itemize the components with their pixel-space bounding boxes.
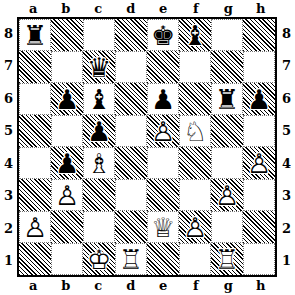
piece-white-queen[interactable]: ♛♕	[148, 212, 178, 242]
piece-white-king[interactable]: ♚♔	[83, 243, 115, 275]
square-e5[interactable]: ♟♙	[147, 115, 179, 147]
piece-glyph: ♙	[247, 150, 271, 177]
rank-label-5: 5	[278, 115, 295, 148]
piece-glyph: ♟	[247, 86, 271, 113]
file-label-d: d	[115, 0, 148, 17]
piece-black-rook[interactable]: ♜♜	[212, 84, 242, 114]
piece-glyph: ♖	[119, 246, 143, 273]
square-c1[interactable]: ♚♔	[83, 243, 115, 275]
file-label-b: b	[50, 0, 83, 17]
rank-label-8: 8	[278, 17, 295, 50]
square-a1[interactable]	[19, 243, 51, 275]
square-e3[interactable]	[147, 179, 179, 211]
square-d5[interactable]	[115, 115, 147, 147]
square-f6[interactable]	[179, 83, 211, 115]
square-c2[interactable]	[83, 211, 115, 243]
square-d2[interactable]	[115, 211, 147, 243]
file-label-g: g	[212, 0, 245, 17]
piece-black-pawn[interactable]: ♟♟	[243, 83, 275, 115]
piece-glyph: ♝	[183, 22, 207, 49]
square-f7[interactable]	[179, 51, 211, 83]
piece-black-bishop[interactable]: ♝♝	[84, 84, 114, 114]
rank-label-4: 4	[0, 147, 17, 180]
square-h6[interactable]: ♟♟	[243, 83, 275, 115]
chess-diagram: abcdefgh 87654321 ♜♜♚♚♝♝♛♛♟♟♝♝♟♟♜♜♟♟♟♟♟♙…	[0, 0, 295, 295]
piece-glyph: ♗	[87, 150, 111, 177]
square-c7[interactable]: ♛♛	[83, 51, 115, 83]
square-b4[interactable]: ♟♟	[51, 147, 83, 179]
square-d1[interactable]: ♜♖	[115, 243, 147, 275]
square-h4[interactable]: ♟♙	[243, 147, 275, 179]
file-label-h: h	[245, 0, 278, 17]
file-label-c: c	[82, 0, 115, 17]
square-f1[interactable]	[179, 243, 211, 275]
square-a5[interactable]	[19, 115, 51, 147]
square-d3[interactable]	[115, 179, 147, 211]
file-label-d: d	[115, 277, 148, 294]
file-label-e: e	[147, 277, 180, 294]
piece-glyph: ♙	[151, 118, 175, 145]
piece-glyph: ♙	[23, 214, 47, 241]
piece-glyph: ♖	[215, 246, 239, 273]
piece-white-pawn[interactable]: ♟♙	[243, 147, 275, 179]
square-e7[interactable]	[147, 51, 179, 83]
piece-glyph: ♝	[87, 86, 111, 113]
piece-glyph: ♜	[23, 22, 47, 49]
piece-white-rook[interactable]: ♜♖	[211, 243, 243, 275]
file-label-g: g	[212, 277, 245, 294]
rank-label-4: 4	[278, 147, 295, 180]
square-d6[interactable]	[115, 83, 147, 115]
square-f5[interactable]: ♞♘	[179, 115, 211, 147]
square-h3[interactable]	[243, 179, 275, 211]
square-a7[interactable]	[19, 51, 51, 83]
piece-glyph: ♙	[215, 182, 239, 209]
square-c6[interactable]: ♝♝	[83, 83, 115, 115]
square-g3[interactable]: ♟♙	[211, 179, 243, 211]
piece-glyph: ♛	[87, 54, 111, 81]
piece-black-pawn[interactable]: ♟♟	[83, 115, 115, 147]
square-e4[interactable]	[147, 147, 179, 179]
piece-black-rook[interactable]: ♜♜	[20, 20, 50, 50]
square-e8[interactable]: ♚♚	[147, 19, 179, 51]
piece-white-bishop[interactable]: ♝♗	[84, 148, 114, 178]
square-g5[interactable]	[211, 115, 243, 147]
rank-label-5: 5	[0, 115, 17, 148]
piece-black-pawn[interactable]: ♟♟	[51, 147, 83, 179]
file-label-e: e	[147, 0, 180, 17]
piece-glyph: ♟	[55, 150, 79, 177]
piece-glyph: ♜	[215, 86, 239, 113]
square-f2[interactable]: ♟♙	[179, 211, 211, 243]
square-c8[interactable]	[83, 19, 115, 51]
board: ♜♜♚♚♝♝♛♛♟♟♝♝♟♟♜♜♟♟♟♟♟♙♞♘♟♟♝♗♟♙♟♙♟♙♟♙♛♕♟♙…	[17, 17, 277, 277]
file-label-h: h	[245, 277, 278, 294]
square-g4[interactable]	[211, 147, 243, 179]
rank-label-2: 2	[278, 212, 295, 245]
square-a8[interactable]: ♜♜	[19, 19, 51, 51]
rank-label-3: 3	[0, 180, 17, 213]
piece-black-queen[interactable]: ♛♛	[83, 51, 115, 83]
square-h5[interactable]	[243, 115, 275, 147]
piece-white-pawn[interactable]: ♟♙	[179, 211, 211, 243]
piece-glyph: ♚	[151, 22, 175, 49]
piece-black-bishop[interactable]: ♝♝	[179, 19, 211, 51]
square-g1[interactable]: ♜♖	[211, 243, 243, 275]
square-f8[interactable]: ♝♝	[179, 19, 211, 51]
piece-glyph: ♟	[151, 86, 175, 113]
piece-white-pawn[interactable]: ♟♙	[20, 212, 50, 242]
square-f3[interactable]	[179, 179, 211, 211]
square-b7[interactable]	[51, 51, 83, 83]
square-b5[interactable]	[51, 115, 83, 147]
rank-labels-left: 87654321	[0, 17, 17, 277]
square-b6[interactable]: ♟♟	[51, 83, 83, 115]
file-labels-top: abcdefgh	[17, 0, 277, 17]
rank-label-1: 1	[278, 245, 295, 278]
square-c5[interactable]: ♟♟	[83, 115, 115, 147]
rank-label-6: 6	[278, 82, 295, 115]
rank-label-6: 6	[0, 82, 17, 115]
square-h7[interactable]	[243, 51, 275, 83]
piece-white-knight[interactable]: ♞♘	[180, 116, 210, 146]
square-d4[interactable]	[115, 147, 147, 179]
square-c3[interactable]	[83, 179, 115, 211]
square-a2[interactable]: ♟♙	[19, 211, 51, 243]
piece-white-pawn[interactable]: ♟♙	[147, 115, 179, 147]
file-labels-bottom: abcdefgh	[17, 277, 277, 294]
file-label-f: f	[180, 277, 213, 294]
rank-label-7: 7	[0, 50, 17, 83]
piece-black-pawn[interactable]: ♟♟	[51, 83, 83, 115]
square-h8[interactable]	[243, 19, 275, 51]
rank-label-3: 3	[278, 180, 295, 213]
square-g2[interactable]	[211, 211, 243, 243]
piece-glyph: ♔	[87, 246, 111, 273]
square-g6[interactable]: ♜♜	[211, 83, 243, 115]
square-e6[interactable]: ♟♟	[147, 83, 179, 115]
square-h1[interactable]	[243, 243, 275, 275]
piece-glyph: ♙	[55, 182, 79, 209]
piece-glyph: ♙	[183, 214, 207, 241]
square-a4[interactable]	[19, 147, 51, 179]
piece-glyph: ♟	[87, 118, 111, 145]
piece-white-rook[interactable]: ♜♖	[116, 244, 146, 274]
rank-label-1: 1	[0, 245, 17, 278]
piece-glyph: ♟	[55, 86, 79, 113]
square-b3[interactable]: ♟♙	[51, 179, 83, 211]
rank-labels-right: 87654321	[278, 17, 295, 277]
piece-glyph: ♘	[183, 118, 207, 145]
square-g8[interactable]	[211, 19, 243, 51]
square-e2[interactable]: ♛♕	[147, 211, 179, 243]
square-g7[interactable]	[211, 51, 243, 83]
square-b8[interactable]	[51, 19, 83, 51]
rank-label-8: 8	[0, 17, 17, 50]
piece-white-pawn[interactable]: ♟♙	[52, 180, 82, 210]
square-h2[interactable]	[243, 211, 275, 243]
rank-label-7: 7	[278, 50, 295, 83]
piece-white-pawn[interactable]: ♟♙	[211, 179, 243, 211]
square-c4[interactable]: ♝♗	[83, 147, 115, 179]
file-label-a: a	[17, 0, 50, 17]
file-label-b: b	[50, 277, 83, 294]
rank-label-2: 2	[0, 212, 17, 245]
square-b2[interactable]	[51, 211, 83, 243]
piece-black-king[interactable]: ♚♚	[148, 20, 178, 50]
file-label-a: a	[17, 277, 50, 294]
square-a6[interactable]	[19, 83, 51, 115]
square-b1[interactable]	[51, 243, 83, 275]
square-e1[interactable]	[147, 243, 179, 275]
piece-glyph: ♕	[151, 214, 175, 241]
square-a3[interactable]	[19, 179, 51, 211]
file-label-f: f	[180, 0, 213, 17]
square-d8[interactable]	[115, 19, 147, 51]
square-f4[interactable]	[179, 147, 211, 179]
square-d7[interactable]	[115, 51, 147, 83]
piece-black-pawn[interactable]: ♟♟	[148, 84, 178, 114]
file-label-c: c	[82, 277, 115, 294]
